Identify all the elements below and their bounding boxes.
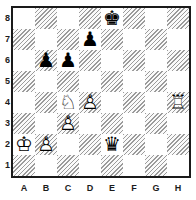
square-e8: ♚ [101, 8, 123, 29]
square-e5 [101, 71, 123, 92]
chess-board: ♚♟♟♟♞♘♟♙♜♖♟♙♚♔♟♙♛ [13, 8, 189, 176]
square-c8 [57, 8, 79, 29]
square-b7 [35, 29, 57, 50]
file-label-h: H [167, 181, 189, 195]
square-c6: ♟ [57, 50, 79, 71]
square-g4 [145, 92, 167, 113]
file-label-g: G [145, 181, 167, 195]
square-a2: ♚♔ [13, 134, 35, 155]
square-d4: ♟♙ [79, 92, 101, 113]
square-f5 [123, 71, 145, 92]
piece-black-pawn: ♟ [57, 50, 79, 71]
square-c4: ♞♘ [57, 92, 79, 113]
square-f8 [123, 8, 145, 29]
rank-label-4: 4 [0, 92, 9, 113]
square-h1 [167, 155, 189, 176]
file-label-e: E [101, 181, 123, 195]
square-g3 [145, 113, 167, 134]
square-h3 [167, 113, 189, 134]
square-e1 [101, 155, 123, 176]
piece-white-knight: ♞♘ [57, 92, 79, 113]
square-a7 [13, 29, 35, 50]
square-f1 [123, 155, 145, 176]
square-d5 [79, 71, 101, 92]
square-f3 [123, 113, 145, 134]
rank-label-8: 8 [0, 8, 9, 29]
piece-black-queen: ♛ [101, 134, 123, 155]
square-h5 [167, 71, 189, 92]
square-f2 [123, 134, 145, 155]
square-a4 [13, 92, 35, 113]
square-b2: ♟♙ [35, 134, 57, 155]
rank-label-7: 7 [0, 29, 9, 50]
rank-label-3: 3 [0, 113, 9, 134]
piece-black-pawn: ♟ [79, 29, 101, 50]
file-label-a: A [13, 181, 35, 195]
rank-label-2: 2 [0, 134, 9, 155]
square-a5 [13, 71, 35, 92]
square-e4 [101, 92, 123, 113]
rank-label-5: 5 [0, 71, 9, 92]
square-a8 [13, 8, 35, 29]
file-label-b: B [35, 181, 57, 195]
rank-labels: 87654321 [0, 8, 9, 176]
square-g6 [145, 50, 167, 71]
square-a6 [13, 50, 35, 71]
white-rook-glyph: ♖ [167, 92, 189, 113]
square-h6 [167, 50, 189, 71]
white-king-glyph: ♔ [13, 134, 35, 155]
file-labels: ABCDEFGH [13, 181, 189, 195]
white-pawn-glyph: ♙ [57, 113, 79, 134]
square-e6 [101, 50, 123, 71]
square-c7 [57, 29, 79, 50]
piece-white-rook: ♜♖ [167, 92, 189, 113]
square-c5 [57, 71, 79, 92]
file-label-c: C [57, 181, 79, 195]
square-b5 [35, 71, 57, 92]
square-d7: ♟ [79, 29, 101, 50]
square-g7 [145, 29, 167, 50]
square-e2: ♛ [101, 134, 123, 155]
square-h4: ♜♖ [167, 92, 189, 113]
piece-black-pawn: ♟ [35, 50, 57, 71]
piece-white-pawn: ♟♙ [79, 92, 101, 113]
file-label-d: D [79, 181, 101, 195]
square-h8 [167, 8, 189, 29]
white-knight-glyph: ♘ [57, 92, 79, 113]
square-f7 [123, 29, 145, 50]
square-b8 [35, 8, 57, 29]
square-f6 [123, 50, 145, 71]
square-h7 [167, 29, 189, 50]
square-g8 [145, 8, 167, 29]
square-b4 [35, 92, 57, 113]
square-d8 [79, 8, 101, 29]
square-d2 [79, 134, 101, 155]
piece-white-pawn: ♟♙ [35, 134, 57, 155]
square-c2 [57, 134, 79, 155]
square-d3 [79, 113, 101, 134]
piece-white-pawn: ♟♙ [57, 113, 79, 134]
square-g1 [145, 155, 167, 176]
square-b3 [35, 113, 57, 134]
chess-diagram: 87654321 ♚♟♟♟♞♘♟♙♜♖♟♙♚♔♟♙♛ ABCDEFGH [0, 0, 196, 200]
square-h2 [167, 134, 189, 155]
file-label-f: F [123, 181, 145, 195]
rank-label-1: 1 [0, 155, 9, 176]
square-g2 [145, 134, 167, 155]
square-a1 [13, 155, 35, 176]
square-g5 [145, 71, 167, 92]
square-b1 [35, 155, 57, 176]
board-frame: ♚♟♟♟♞♘♟♙♜♖♟♙♚♔♟♙♛ [11, 6, 191, 178]
square-c3: ♟♙ [57, 113, 79, 134]
piece-white-king: ♚♔ [13, 134, 35, 155]
white-pawn-glyph: ♙ [35, 134, 57, 155]
square-e3 [101, 113, 123, 134]
square-b6: ♟ [35, 50, 57, 71]
piece-black-king: ♚ [101, 8, 123, 29]
square-d6 [79, 50, 101, 71]
rank-label-6: 6 [0, 50, 9, 71]
white-pawn-glyph: ♙ [79, 92, 101, 113]
square-a3 [13, 113, 35, 134]
square-f4 [123, 92, 145, 113]
square-d1 [79, 155, 101, 176]
square-c1 [57, 155, 79, 176]
square-e7 [101, 29, 123, 50]
